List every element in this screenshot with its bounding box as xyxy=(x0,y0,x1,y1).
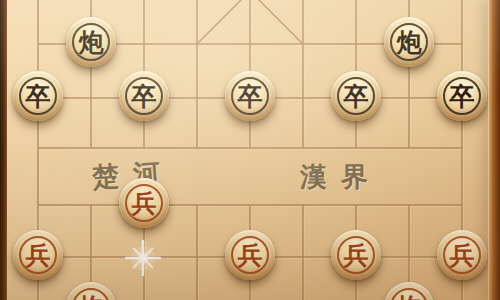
piece-glyph: 炮 xyxy=(384,282,434,300)
piece-glyph: 炮 xyxy=(66,282,116,300)
piece-glyph: 卒 xyxy=(331,71,381,121)
piece-glyph: 卒 xyxy=(13,71,63,121)
piece-glyph: 兵 xyxy=(225,230,275,280)
piece-glyph: 炮 xyxy=(384,17,434,67)
piece-black-soldier[interactable]: 卒 xyxy=(225,71,275,121)
piece-red-soldier[interactable]: 兵 xyxy=(437,230,487,280)
piece-glyph: 卒 xyxy=(225,71,275,121)
piece-black-soldier[interactable]: 卒 xyxy=(331,71,381,121)
piece-glyph: 卒 xyxy=(437,71,487,121)
piece-black-cannon[interactable]: 炮 xyxy=(384,17,434,67)
piece-red-cannon[interactable]: 炮 xyxy=(384,282,434,300)
piece-glyph: 炮 xyxy=(66,17,116,67)
piece-red-cannon[interactable]: 炮 xyxy=(66,282,116,300)
xiangqi-board[interactable]: 楚河 漢界 炮炮卒卒卒卒卒兵兵兵兵兵炮炮 xyxy=(0,0,500,300)
pieces-layer: 炮炮卒卒卒卒卒兵兵兵兵兵炮炮 xyxy=(0,0,500,300)
piece-black-soldier[interactable]: 卒 xyxy=(13,71,63,121)
piece-glyph: 兵 xyxy=(13,230,63,280)
board-frame-left-edge xyxy=(0,0,7,300)
piece-glyph: 兵 xyxy=(119,178,169,228)
piece-red-soldier[interactable]: 兵 xyxy=(119,178,169,228)
piece-red-soldier[interactable]: 兵 xyxy=(331,230,381,280)
board-frame-right-edge xyxy=(489,0,500,300)
piece-red-soldier[interactable]: 兵 xyxy=(13,230,63,280)
piece-black-soldier[interactable]: 卒 xyxy=(437,71,487,121)
piece-glyph: 兵 xyxy=(331,230,381,280)
piece-black-cannon[interactable]: 炮 xyxy=(66,17,116,67)
piece-black-soldier[interactable]: 卒 xyxy=(119,71,169,121)
piece-glyph: 兵 xyxy=(437,230,487,280)
piece-glyph: 卒 xyxy=(119,71,169,121)
piece-red-soldier[interactable]: 兵 xyxy=(225,230,275,280)
